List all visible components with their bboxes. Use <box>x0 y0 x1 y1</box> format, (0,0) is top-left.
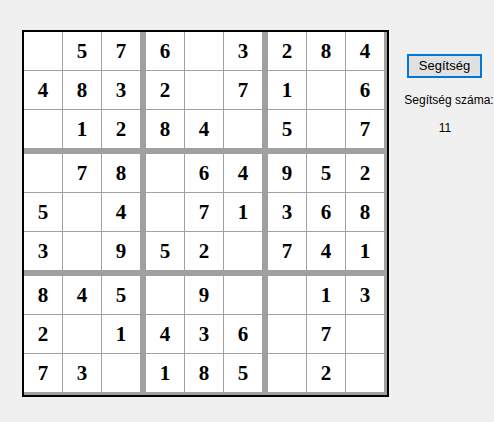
cell-r2c9[interactable]: 6 <box>346 71 384 109</box>
cell-r2c2[interactable]: 8 <box>63 71 101 109</box>
cell-r9c7[interactable] <box>268 354 306 392</box>
cell-r6c5[interactable]: 2 <box>185 232 223 270</box>
cell-r1c1[interactable] <box>24 32 62 70</box>
cell-r9c5[interactable]: 8 <box>185 354 223 392</box>
cell-r9c2[interactable]: 3 <box>63 354 101 392</box>
cell-r8c1[interactable]: 2 <box>24 315 62 353</box>
cell-r2c6[interactable]: 7 <box>224 71 262 109</box>
cell-r5c7[interactable]: 3 <box>268 193 306 231</box>
cell-r8c9[interactable] <box>346 315 384 353</box>
cell-r8c3[interactable]: 1 <box>102 315 140 353</box>
cell-r1c2[interactable]: 5 <box>63 32 101 70</box>
cell-r5c2[interactable] <box>63 193 101 231</box>
cell-r2c5[interactable] <box>185 71 223 109</box>
cell-r6c2[interactable] <box>63 232 101 270</box>
cell-r3c9[interactable]: 7 <box>346 110 384 148</box>
cell-r4c4[interactable] <box>146 154 184 192</box>
cell-r1c5[interactable] <box>185 32 223 70</box>
cell-r5c4[interactable] <box>146 193 184 231</box>
cell-r7c6[interactable] <box>224 276 262 314</box>
block-3-1: 8452173 <box>24 276 140 392</box>
cell-r3c3[interactable]: 2 <box>102 110 140 148</box>
cell-r5c3[interactable]: 4 <box>102 193 140 231</box>
cell-r2c3[interactable]: 3 <box>102 71 140 109</box>
help-count-label: Segítség száma: <box>404 93 494 107</box>
cell-r5c1[interactable]: 5 <box>24 193 62 231</box>
block-2-2: 647152 <box>146 154 262 270</box>
cell-r4c2[interactable]: 7 <box>63 154 101 192</box>
cell-r7c5[interactable]: 9 <box>185 276 223 314</box>
help-button[interactable]: Segítség <box>407 54 482 78</box>
cell-r9c1[interactable]: 7 <box>24 354 62 392</box>
cell-r8c7[interactable] <box>268 315 306 353</box>
block-2-3: 952368741 <box>268 154 384 270</box>
block-1-2: 632784 <box>146 32 262 148</box>
cell-r4c3[interactable]: 8 <box>102 154 140 192</box>
block-1-1: 5748312 <box>24 32 140 148</box>
cell-r9c6[interactable]: 5 <box>224 354 262 392</box>
cell-r1c6[interactable]: 3 <box>224 32 262 70</box>
cell-r4c9[interactable]: 2 <box>346 154 384 192</box>
cell-r4c5[interactable]: 6 <box>185 154 223 192</box>
cell-r2c8[interactable] <box>307 71 345 109</box>
cell-r6c7[interactable]: 7 <box>268 232 306 270</box>
cell-r8c8[interactable]: 7 <box>307 315 345 353</box>
cell-r5c6[interactable]: 1 <box>224 193 262 231</box>
cell-r3c8[interactable] <box>307 110 345 148</box>
cell-r3c2[interactable]: 1 <box>63 110 101 148</box>
help-count-value: 11 <box>404 121 486 135</box>
cell-r6c1[interactable]: 3 <box>24 232 62 270</box>
cell-r7c8[interactable]: 1 <box>307 276 345 314</box>
cell-r2c1[interactable]: 4 <box>24 71 62 109</box>
block-2-1: 785439 <box>24 154 140 270</box>
cell-r4c7[interactable]: 9 <box>268 154 306 192</box>
cell-r5c5[interactable]: 7 <box>185 193 223 231</box>
cell-r7c7[interactable] <box>268 276 306 314</box>
cell-r9c4[interactable]: 1 <box>146 354 184 392</box>
cell-r8c5[interactable]: 3 <box>185 315 223 353</box>
cell-r7c3[interactable]: 5 <box>102 276 140 314</box>
cell-r6c4[interactable]: 5 <box>146 232 184 270</box>
cell-r3c1[interactable] <box>24 110 62 148</box>
cell-r1c9[interactable]: 4 <box>346 32 384 70</box>
cell-r3c6[interactable] <box>224 110 262 148</box>
cell-r1c7[interactable]: 2 <box>268 32 306 70</box>
cell-r3c5[interactable]: 4 <box>185 110 223 148</box>
cell-r4c6[interactable]: 4 <box>224 154 262 192</box>
cell-r6c9[interactable]: 1 <box>346 232 384 270</box>
cell-r2c4[interactable]: 2 <box>146 71 184 109</box>
cell-r1c3[interactable]: 7 <box>102 32 140 70</box>
cell-r3c7[interactable]: 5 <box>268 110 306 148</box>
cell-r1c8[interactable]: 8 <box>307 32 345 70</box>
cell-r3c4[interactable]: 8 <box>146 110 184 148</box>
cell-r9c3[interactable] <box>102 354 140 392</box>
cell-r7c2[interactable]: 4 <box>63 276 101 314</box>
cell-r4c8[interactable]: 5 <box>307 154 345 192</box>
cell-r6c6[interactable] <box>224 232 262 270</box>
cell-r6c3[interactable]: 9 <box>102 232 140 270</box>
cell-r1c4[interactable]: 6 <box>146 32 184 70</box>
cell-r8c6[interactable]: 6 <box>224 315 262 353</box>
cell-r5c9[interactable]: 8 <box>346 193 384 231</box>
block-1-3: 2841657 <box>268 32 384 148</box>
sudoku-board: 5748312632784284165778543964715295236874… <box>22 30 389 397</box>
cell-r6c8[interactable]: 4 <box>307 232 345 270</box>
cell-r4c1[interactable] <box>24 154 62 192</box>
cell-r7c1[interactable]: 8 <box>24 276 62 314</box>
cell-r2c7[interactable]: 1 <box>268 71 306 109</box>
cell-r7c4[interactable] <box>146 276 184 314</box>
cell-r5c8[interactable]: 6 <box>307 193 345 231</box>
block-3-3: 1372 <box>268 276 384 392</box>
cell-r8c2[interactable] <box>63 315 101 353</box>
cell-r9c8[interactable]: 2 <box>307 354 345 392</box>
cell-r8c4[interactable]: 4 <box>146 315 184 353</box>
block-3-2: 9436185 <box>146 276 262 392</box>
cell-r9c9[interactable] <box>346 354 384 392</box>
cell-r7c9[interactable]: 3 <box>346 276 384 314</box>
